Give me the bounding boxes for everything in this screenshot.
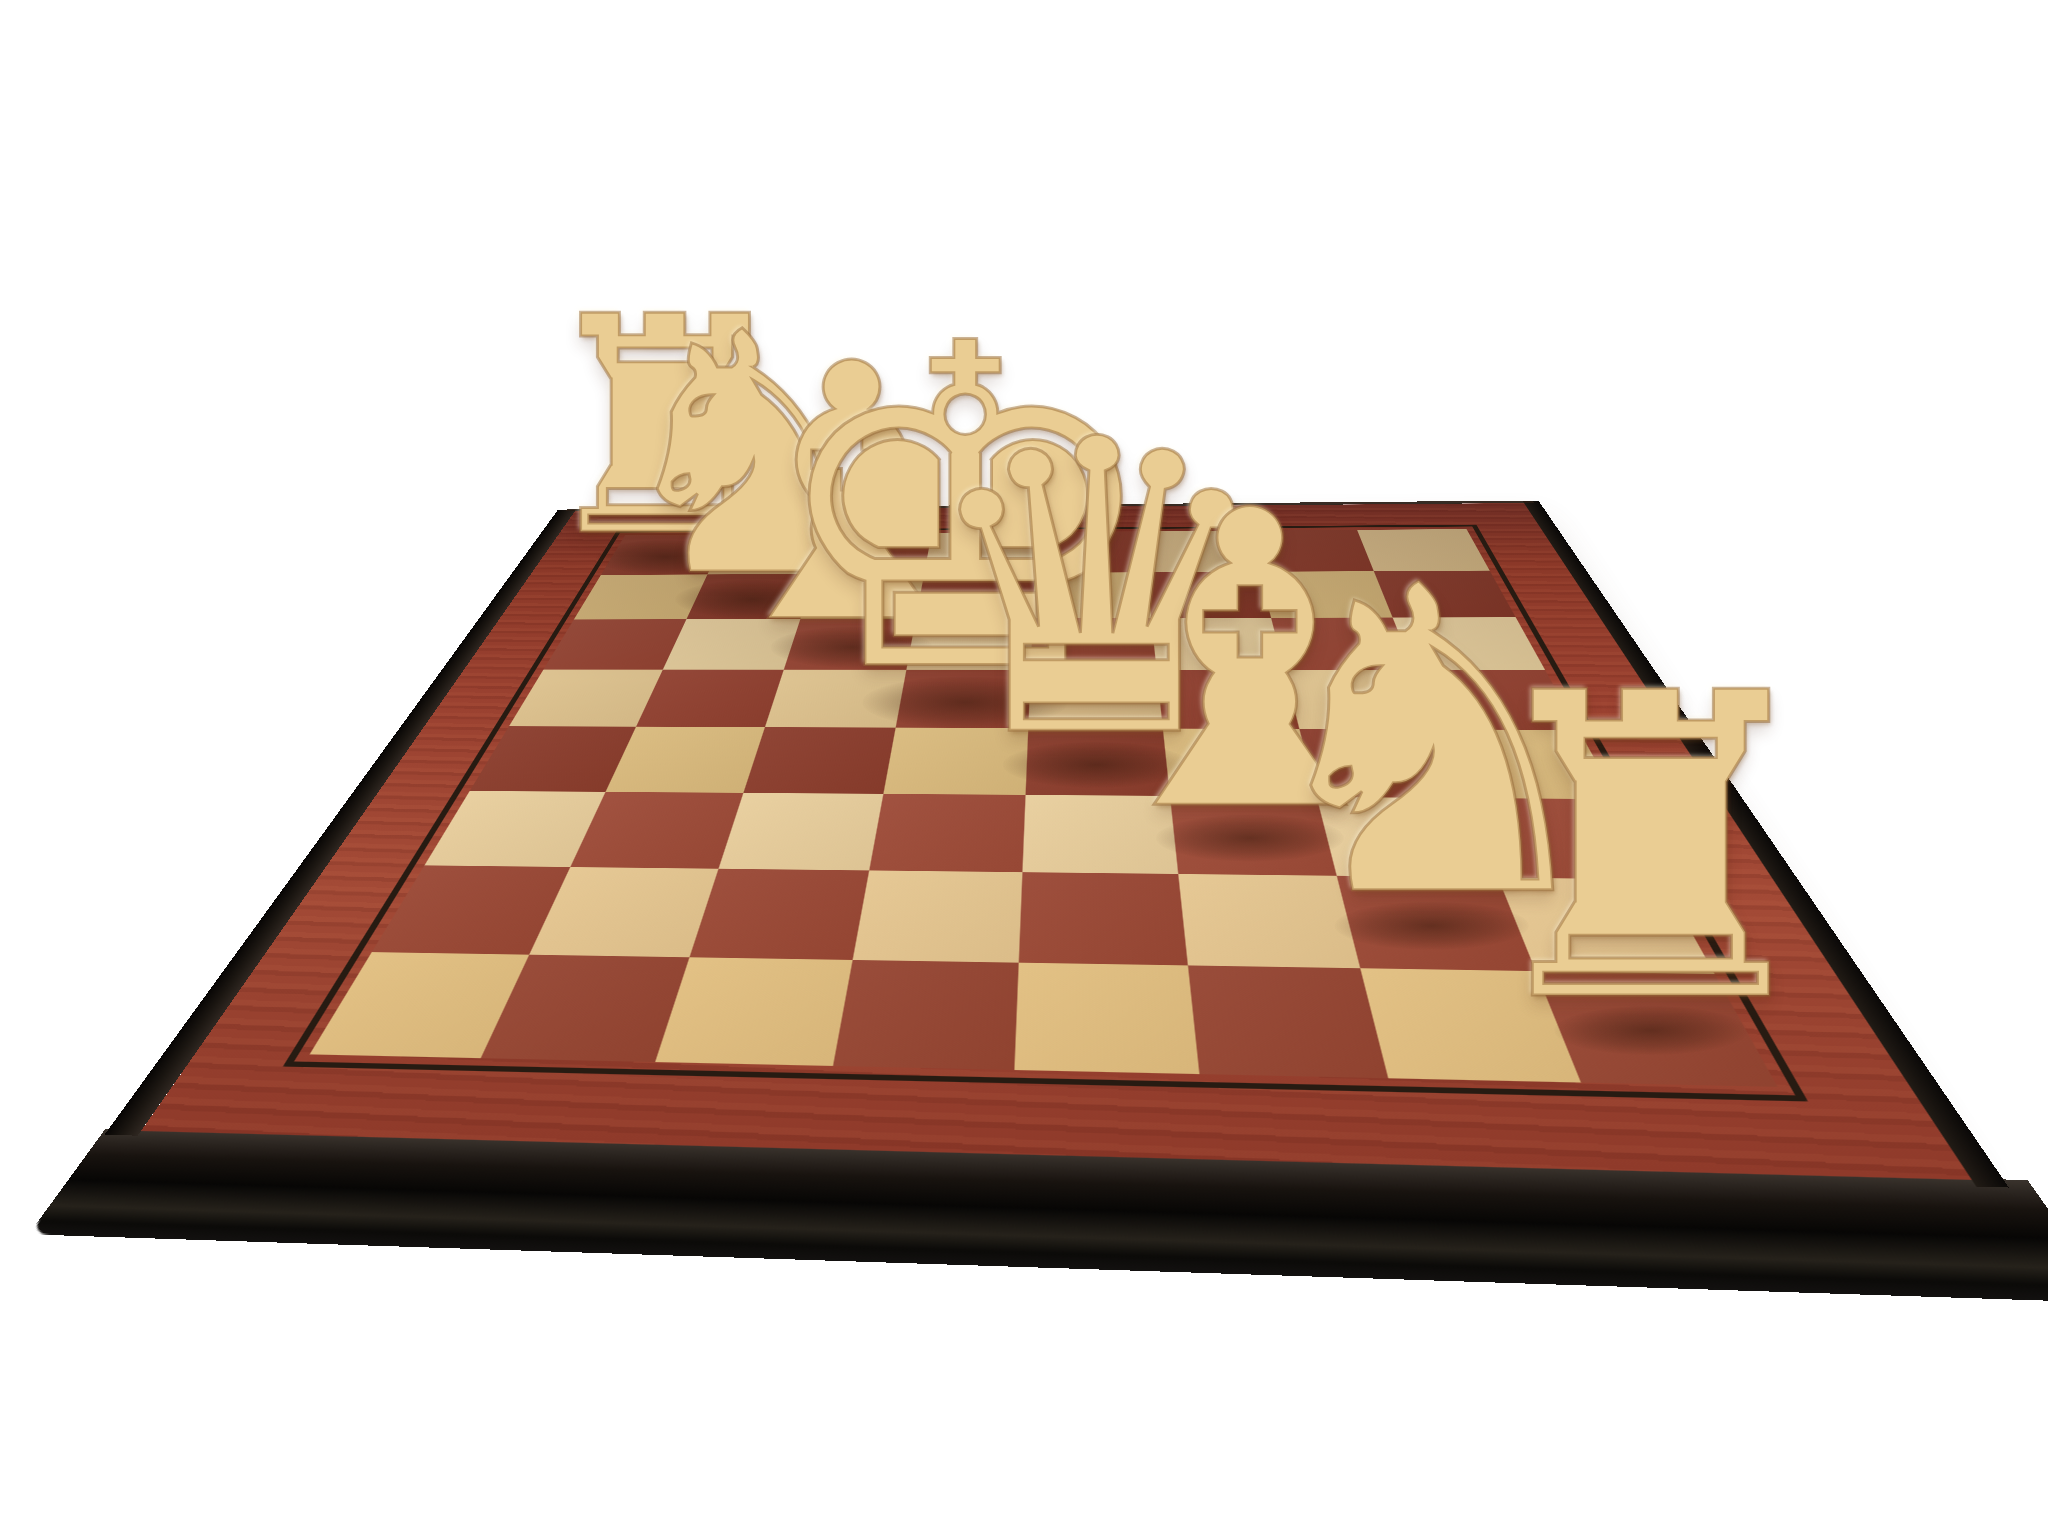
square-d2[interactable] (853, 870, 1023, 962)
square-c1[interactable] (655, 957, 852, 1066)
square-c2[interactable] (689, 869, 869, 960)
square-c3[interactable] (719, 793, 884, 871)
square-e1[interactable] (1014, 963, 1199, 1074)
square-d1[interactable] (833, 960, 1019, 1070)
white-rook-h1[interactable]: ♜ (1462, 640, 1839, 1060)
photo-stage: ♜♞♝♚♛♝♞♜ (0, 0, 2048, 1535)
